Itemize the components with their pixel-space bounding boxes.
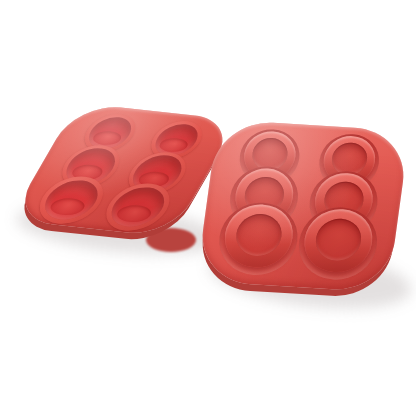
muffin-pan-collapsed bbox=[196, 120, 410, 293]
cup-floor bbox=[90, 130, 124, 146]
cup-floor bbox=[46, 197, 88, 217]
cup-floor bbox=[157, 137, 191, 153]
cup-cavity bbox=[36, 178, 107, 222]
product-photo-muffin-pans bbox=[0, 0, 416, 416]
cup-cavity bbox=[103, 185, 174, 229]
cup-bottom-bump bbox=[146, 228, 196, 252]
cup-floor bbox=[113, 204, 155, 224]
